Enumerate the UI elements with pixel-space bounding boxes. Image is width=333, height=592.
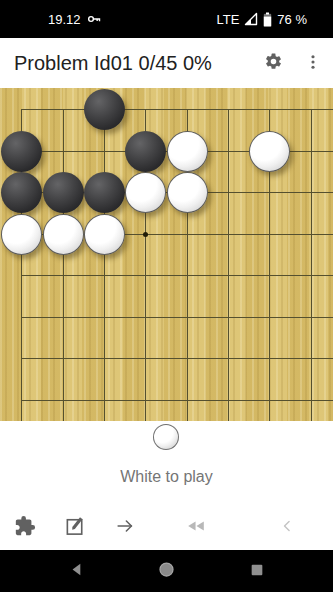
status-battery-percent: 76 % (277, 12, 307, 27)
rewind-button[interactable] (174, 505, 218, 549)
next-move-button[interactable] (103, 505, 147, 549)
arrow-right-icon (114, 515, 136, 540)
vpn-key-icon (87, 12, 101, 26)
nav-back-button[interactable] (53, 550, 101, 592)
status-network-type: LTE (216, 12, 239, 27)
puzzle-icon (14, 515, 36, 540)
white-stone[interactable] (125, 172, 166, 213)
edit-icon (64, 514, 87, 540)
status-time: 19.12 (48, 12, 81, 27)
white-stone-turn-indicator (153, 424, 179, 450)
turn-label: White to play (0, 468, 333, 486)
white-stone[interactable] (249, 131, 290, 172)
three-dot-menu-icon (304, 53, 322, 74)
home-circle-icon (157, 560, 176, 582)
white-stone[interactable] (167, 131, 208, 172)
black-stone[interactable] (84, 89, 125, 130)
black-stone[interactable] (43, 172, 84, 213)
grid-line-vertical (63, 109, 64, 421)
black-stone[interactable] (125, 131, 166, 172)
white-stone[interactable] (1, 214, 42, 255)
grid-line-horizontal (21, 358, 333, 359)
edit-button[interactable] (53, 505, 97, 549)
back-triangle-icon (69, 561, 86, 581)
nav-recents-button[interactable] (233, 550, 281, 592)
star-point (143, 232, 148, 237)
black-stone[interactable] (84, 172, 125, 213)
black-stone[interactable] (1, 131, 42, 172)
turn-indicator-area: White to play (0, 421, 333, 505)
fast-rewind-icon (185, 515, 207, 540)
recents-square-icon (249, 562, 265, 581)
android-nav-bar (0, 550, 333, 592)
go-board[interactable] (0, 88, 333, 421)
step-back-button[interactable] (265, 505, 309, 549)
white-stone[interactable] (84, 214, 125, 255)
chevron-left-icon (277, 516, 297, 539)
settings-button[interactable] (253, 43, 293, 83)
status-bar: 19.12 LTE 76 % (0, 0, 333, 38)
grid-line-horizontal (21, 400, 333, 401)
black-stone[interactable] (1, 172, 42, 213)
cell-signal-icon (244, 12, 258, 26)
problems-button[interactable] (3, 505, 47, 549)
gear-icon (264, 52, 283, 74)
battery-icon (263, 12, 272, 27)
grid-line-horizontal (21, 109, 333, 110)
app-bar: Problem Id01 0/45 0% (0, 38, 333, 88)
grid-line-horizontal (21, 317, 333, 318)
white-stone[interactable] (43, 214, 84, 255)
bottom-toolbar (0, 505, 333, 550)
grid-line-vertical (311, 109, 312, 421)
nav-home-button[interactable] (142, 550, 190, 592)
grid-line-horizontal (21, 275, 333, 276)
page-title: Problem Id01 0/45 0% (14, 52, 253, 75)
grid-line-vertical (104, 109, 105, 421)
grid-line-vertical (228, 109, 229, 421)
overflow-menu-button[interactable] (295, 43, 331, 83)
white-stone[interactable] (167, 172, 208, 213)
